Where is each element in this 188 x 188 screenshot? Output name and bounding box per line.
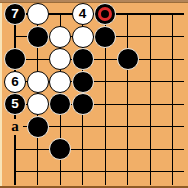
grid-line-vertical (150, 13, 151, 185)
diagram-bottom-border (0, 186, 188, 188)
stone-white-c2r1 (49, 26, 71, 48)
stone-black-c2r4 (49, 93, 71, 115)
stone-black-c5r2 (117, 48, 139, 70)
stone-white-c1r4 (27, 93, 49, 115)
stone-white-c0r3: 6 (4, 71, 26, 93)
stone-black-c0r2 (4, 48, 26, 70)
move-number-6: 6 (11, 75, 19, 89)
stone-black-c0r4: 5 (4, 93, 26, 115)
stone-black-c1r1 (27, 26, 49, 48)
stone-black-c3r3 (72, 71, 94, 93)
grid-line-horizontal (14, 59, 184, 60)
stone-black-c2r6 (49, 138, 71, 160)
stone-black-c4r0 (94, 3, 116, 25)
move-number-4: 4 (79, 7, 87, 21)
grid-line-vertical (172, 13, 173, 185)
point-label-a: a (7, 119, 23, 135)
stone-white-c3r1 (72, 26, 94, 48)
move-number-5: 5 (11, 97, 19, 111)
stone-black-c1r5 (27, 116, 49, 138)
stone-black-c3r4 (72, 93, 94, 115)
stone-white-c3r0: 4 (72, 3, 94, 25)
stone-white-c1r3 (27, 71, 49, 93)
move-number-7: 7 (11, 7, 19, 21)
stone-black-c3r2 (72, 48, 94, 70)
stone-white-c2r3 (49, 71, 71, 93)
diagram-top-border (0, 0, 188, 3)
grid-line-horizontal (14, 171, 184, 172)
go-board: 7465a (0, 0, 188, 188)
grid-line-horizontal (14, 149, 184, 150)
stone-black-c4r1 (94, 26, 116, 48)
grid-line-vertical (127, 13, 128, 185)
stone-white-c2r2 (49, 48, 71, 70)
stone-black-c0r0: 7 (4, 3, 26, 25)
circle-marker-icon (98, 7, 112, 21)
go-diagram: 7465a (0, 0, 188, 188)
stone-white-c1r0 (27, 3, 49, 25)
